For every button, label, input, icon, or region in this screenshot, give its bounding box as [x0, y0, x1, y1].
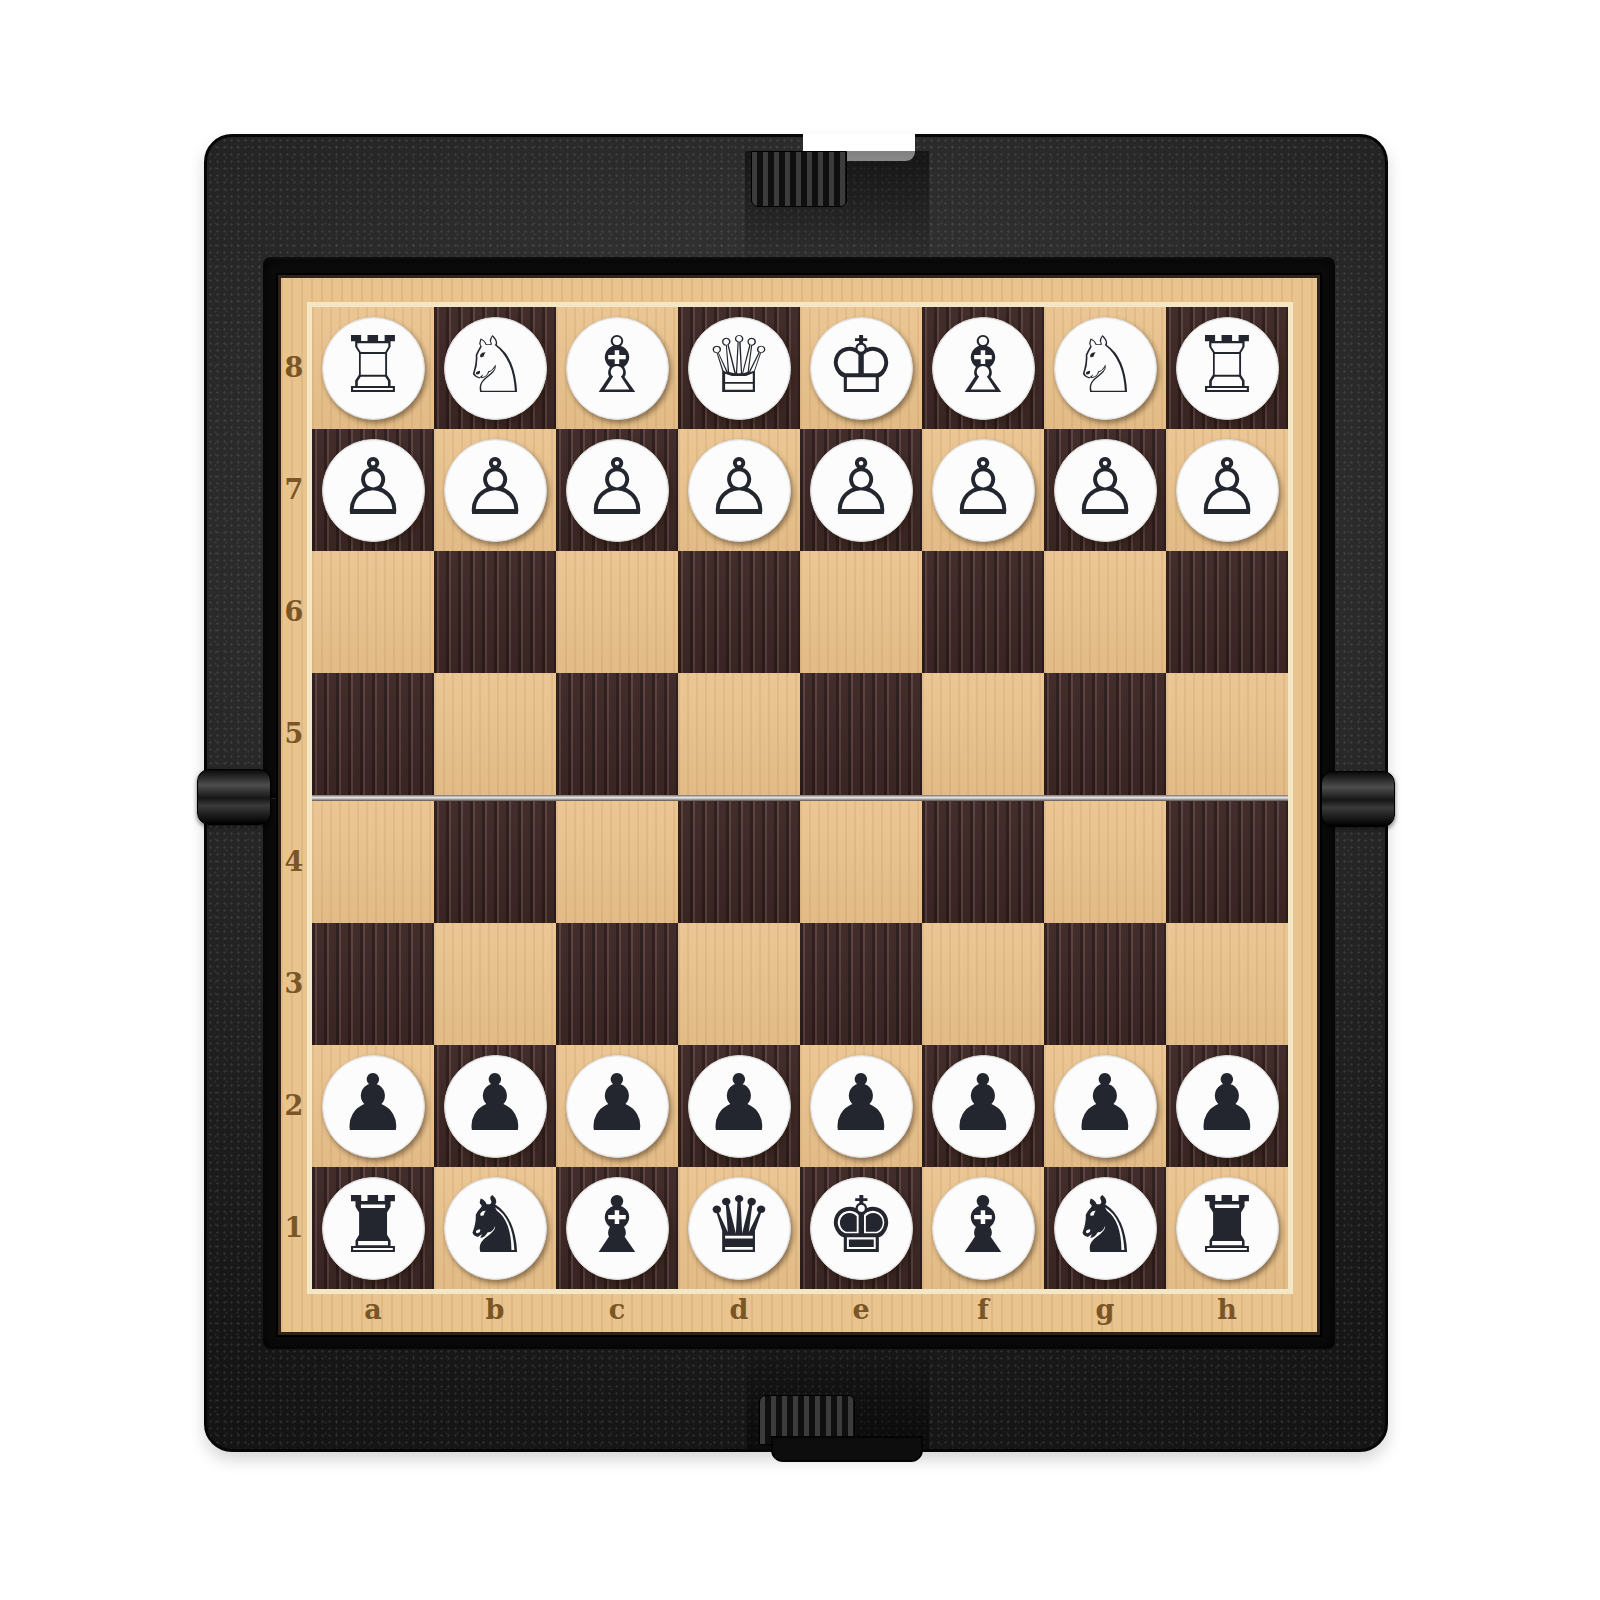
square-c3[interactable]: [556, 923, 678, 1045]
square-f8[interactable]: ♗: [922, 307, 1044, 429]
square-h4[interactable]: [1166, 801, 1288, 923]
square-g5[interactable]: [1044, 673, 1166, 795]
board-margin: ♖♘♗♕♔♗♘♖♙♙♙♙♙♙♙♙ ♟♟♟♟♟♟♟♟♜♞♝♛♚♝♞♜ 876543…: [281, 278, 1317, 1332]
square-c5[interactable]: [556, 673, 678, 795]
square-d6[interactable]: [678, 551, 800, 673]
black-king-glyph: ♚: [826, 1186, 896, 1264]
white-queen-glyph: ♕: [704, 326, 774, 404]
square-d4[interactable]: [678, 801, 800, 923]
square-e4[interactable]: [800, 801, 922, 923]
white-pawn-glyph: ♙: [826, 448, 896, 526]
board-field: ♖♘♗♕♔♗♘♖♙♙♙♙♙♙♙♙ ♟♟♟♟♟♟♟♟♜♞♝♛♚♝♞♜: [307, 302, 1293, 1294]
square-h1[interactable]: ♜: [1166, 1167, 1288, 1289]
square-h8[interactable]: ♖: [1166, 307, 1288, 429]
board-bottom-half: ♟♟♟♟♟♟♟♟♜♞♝♛♚♝♞♜: [312, 801, 1288, 1289]
rank-label-7: 7: [281, 429, 307, 551]
square-a4[interactable]: [312, 801, 434, 923]
file-label-a: a: [312, 1294, 434, 1330]
piece-black-pawn-a2[interactable]: ♟: [322, 1055, 425, 1158]
piece-black-pawn-c2[interactable]: ♟: [566, 1055, 669, 1158]
rank-label-2: 2: [281, 1045, 307, 1167]
square-g6[interactable]: [1044, 551, 1166, 673]
square-e2[interactable]: ♟: [800, 1045, 922, 1167]
black-pawn-glyph: ♟: [1070, 1064, 1140, 1142]
white-pawn-glyph: ♙: [1070, 448, 1140, 526]
white-bishop-glyph: ♗: [582, 326, 652, 404]
product-photo: ♖♘♗♕♔♗♘♖♙♙♙♙♙♙♙♙ ♟♟♟♟♟♟♟♟♜♞♝♛♚♝♞♜ 876543…: [0, 0, 1600, 1600]
chess-case: ♖♘♗♕♔♗♘♖♙♙♙♙♙♙♙♙ ♟♟♟♟♟♟♟♟♜♞♝♛♚♝♞♜ 876543…: [204, 134, 1388, 1452]
square-e6[interactable]: [800, 551, 922, 673]
square-b2[interactable]: ♟: [434, 1045, 556, 1167]
file-label-d: d: [678, 1294, 800, 1330]
black-pawn-glyph: ♟: [338, 1064, 408, 1142]
piece-black-rook-a1[interactable]: ♜: [322, 1177, 425, 1280]
square-c4[interactable]: [556, 801, 678, 923]
black-pawn-glyph: ♟: [1192, 1064, 1262, 1142]
square-b8[interactable]: ♘: [434, 307, 556, 429]
square-b5[interactable]: [434, 673, 556, 795]
piece-black-pawn-g2[interactable]: ♟: [1054, 1055, 1157, 1158]
piece-black-knight-b1[interactable]: ♞: [444, 1177, 547, 1280]
square-b6[interactable]: [434, 551, 556, 673]
black-bishop-glyph: ♝: [948, 1186, 1018, 1264]
white-pawn-glyph: ♙: [460, 448, 530, 526]
rank-label-1: 1: [281, 1167, 307, 1289]
square-g3[interactable]: [1044, 923, 1166, 1045]
piece-white-king-e8[interactable]: ♔: [810, 317, 913, 420]
square-f7[interactable]: ♙: [922, 429, 1044, 551]
black-pawn-glyph: ♟: [460, 1064, 530, 1142]
piece-white-pawn-g7[interactable]: ♙: [1054, 439, 1157, 542]
piece-white-pawn-c7[interactable]: ♙: [566, 439, 669, 542]
white-pawn-glyph: ♙: [582, 448, 652, 526]
piece-black-bishop-f1[interactable]: ♝: [932, 1177, 1035, 1280]
bottom-case-lip: [771, 1436, 923, 1462]
right-hinge-pin-icon: [1321, 771, 1395, 827]
piece-white-pawn-f7[interactable]: ♙: [932, 439, 1035, 542]
black-knight-glyph: ♞: [460, 1186, 530, 1264]
file-label-h: h: [1166, 1294, 1288, 1330]
piece-white-rook-h8[interactable]: ♖: [1176, 317, 1279, 420]
black-pawn-glyph: ♟: [948, 1064, 1018, 1142]
piece-black-pawn-d2[interactable]: ♟: [688, 1055, 791, 1158]
square-h5[interactable]: [1166, 673, 1288, 795]
rank-label-3: 3: [281, 923, 307, 1045]
square-c7[interactable]: ♙: [556, 429, 678, 551]
black-rook-glyph: ♜: [338, 1186, 408, 1264]
square-a2[interactable]: ♟: [312, 1045, 434, 1167]
square-f4[interactable]: [922, 801, 1044, 923]
piece-white-pawn-a7[interactable]: ♙: [322, 439, 425, 542]
square-a1[interactable]: ♜: [312, 1167, 434, 1289]
piece-black-pawn-h2[interactable]: ♟: [1176, 1055, 1279, 1158]
square-a3[interactable]: [312, 923, 434, 1045]
board-top-half: ♖♘♗♕♔♗♘♖♙♙♙♙♙♙♙♙: [312, 307, 1288, 795]
square-g2[interactable]: ♟: [1044, 1045, 1166, 1167]
square-d1[interactable]: ♛: [678, 1167, 800, 1289]
square-c2[interactable]: ♟: [556, 1045, 678, 1167]
square-b3[interactable]: [434, 923, 556, 1045]
rank-label-8: 8: [281, 307, 307, 429]
square-c1[interactable]: ♝: [556, 1167, 678, 1289]
square-c6[interactable]: [556, 551, 678, 673]
square-h7[interactable]: ♙: [1166, 429, 1288, 551]
square-e5[interactable]: [800, 673, 922, 795]
file-label-g: g: [1044, 1294, 1166, 1330]
black-knight-glyph: ♞: [1070, 1186, 1140, 1264]
square-g4[interactable]: [1044, 801, 1166, 923]
square-a6[interactable]: [312, 551, 434, 673]
white-pawn-glyph: ♙: [948, 448, 1018, 526]
file-label-b: b: [434, 1294, 556, 1330]
piece-white-bishop-c8[interactable]: ♗: [566, 317, 669, 420]
square-e3[interactable]: [800, 923, 922, 1045]
square-h2[interactable]: ♟: [1166, 1045, 1288, 1167]
square-f3[interactable]: [922, 923, 1044, 1045]
piece-black-pawn-e2[interactable]: ♟: [810, 1055, 913, 1158]
white-bishop-glyph: ♗: [948, 326, 1018, 404]
white-pawn-glyph: ♙: [1192, 448, 1262, 526]
square-d3[interactable]: [678, 923, 800, 1045]
chess-board: ♖♘♗♕♔♗♘♖♙♙♙♙♙♙♙♙ ♟♟♟♟♟♟♟♟♜♞♝♛♚♝♞♜ 876543…: [278, 275, 1320, 1335]
white-knight-glyph: ♘: [1070, 326, 1140, 404]
piece-white-knight-b8[interactable]: ♘: [444, 317, 547, 420]
black-pawn-glyph: ♟: [704, 1064, 774, 1142]
piece-black-rook-h1[interactable]: ♜: [1176, 1177, 1279, 1280]
square-d8[interactable]: ♕: [678, 307, 800, 429]
square-b4[interactable]: [434, 801, 556, 923]
square-a7[interactable]: ♙: [312, 429, 434, 551]
square-d2[interactable]: ♟: [678, 1045, 800, 1167]
square-e7[interactable]: ♙: [800, 429, 922, 551]
square-g8[interactable]: ♘: [1044, 307, 1166, 429]
square-f1[interactable]: ♝: [922, 1167, 1044, 1289]
white-pawn-glyph: ♙: [704, 448, 774, 526]
black-queen-glyph: ♛: [704, 1186, 774, 1264]
square-e8[interactable]: ♔: [800, 307, 922, 429]
piece-white-pawn-b7[interactable]: ♙: [444, 439, 547, 542]
square-g7[interactable]: ♙: [1044, 429, 1166, 551]
square-d7[interactable]: ♙: [678, 429, 800, 551]
piece-white-pawn-h7[interactable]: ♙: [1176, 439, 1279, 542]
black-rook-glyph: ♜: [1192, 1186, 1262, 1264]
black-bishop-glyph: ♝: [582, 1186, 652, 1264]
square-a8[interactable]: ♖: [312, 307, 434, 429]
piece-white-rook-a8[interactable]: ♖: [322, 317, 425, 420]
left-hinge-pin-icon: [197, 769, 271, 825]
square-f5[interactable]: [922, 673, 1044, 795]
piece-white-pawn-d7[interactable]: ♙: [688, 439, 791, 542]
square-d5[interactable]: [678, 673, 800, 795]
square-c8[interactable]: ♗: [556, 307, 678, 429]
piece-black-queen-d1[interactable]: ♛: [688, 1177, 791, 1280]
white-rook-glyph: ♖: [1192, 326, 1262, 404]
rank-label-6: 6: [281, 551, 307, 673]
square-b1[interactable]: ♞: [434, 1167, 556, 1289]
square-a5[interactable]: [312, 673, 434, 795]
piece-white-pawn-e7[interactable]: ♙: [810, 439, 913, 542]
piece-black-bishop-c1[interactable]: ♝: [566, 1177, 669, 1280]
square-g1[interactable]: ♞: [1044, 1167, 1166, 1289]
piece-white-bishop-f8[interactable]: ♗: [932, 317, 1035, 420]
piece-black-knight-g1[interactable]: ♞: [1054, 1177, 1157, 1280]
square-b7[interactable]: ♙: [434, 429, 556, 551]
white-knight-glyph: ♘: [460, 326, 530, 404]
square-e1[interactable]: ♚: [800, 1167, 922, 1289]
square-h3[interactable]: [1166, 923, 1288, 1045]
piece-black-pawn-b2[interactable]: ♟: [444, 1055, 547, 1158]
white-king-glyph: ♔: [826, 326, 896, 404]
piece-black-king-e1[interactable]: ♚: [810, 1177, 913, 1280]
piece-black-pawn-f2[interactable]: ♟: [932, 1055, 1035, 1158]
rank-label-4: 4: [281, 801, 307, 923]
square-f2[interactable]: ♟: [922, 1045, 1044, 1167]
white-rook-glyph: ♖: [338, 326, 408, 404]
top-latch-tab-icon: [751, 151, 847, 207]
black-pawn-glyph: ♟: [582, 1064, 652, 1142]
file-label-c: c: [556, 1294, 678, 1330]
piece-white-queen-d8[interactable]: ♕: [688, 317, 791, 420]
square-h6[interactable]: [1166, 551, 1288, 673]
white-pawn-glyph: ♙: [338, 448, 408, 526]
piece-white-knight-g8[interactable]: ♘: [1054, 317, 1157, 420]
file-label-e: e: [800, 1294, 922, 1330]
black-pawn-glyph: ♟: [826, 1064, 896, 1142]
square-f6[interactable]: [922, 551, 1044, 673]
file-label-f: f: [922, 1294, 1044, 1330]
rank-label-5: 5: [281, 673, 307, 795]
